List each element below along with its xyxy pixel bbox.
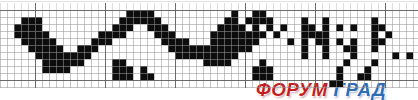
stitch-cell — [168, 31, 175, 38]
stitch-cell — [77, 52, 84, 59]
stitch-cell — [308, 31, 315, 38]
stitch-cell — [385, 31, 392, 38]
stitch-cell — [245, 17, 252, 24]
stitch-cell — [77, 45, 84, 52]
stitch-cell — [259, 31, 266, 38]
stitch-cell — [35, 31, 42, 38]
stitch-cell — [245, 38, 252, 45]
stitch-cell — [350, 24, 357, 31]
stitch-cell — [252, 66, 259, 73]
stitch-cell — [42, 66, 49, 73]
stitch-cell — [259, 59, 266, 66]
stitch-cell — [161, 38, 168, 45]
stitch-cell — [210, 38, 217, 45]
stitch-cell — [126, 10, 133, 17]
stitch-cell — [42, 59, 49, 66]
stitch-cell — [224, 38, 231, 45]
stitch-cell — [63, 66, 70, 73]
stitch-cell — [49, 45, 56, 52]
stitch-cell — [371, 59, 378, 66]
stitch-cell — [14, 31, 21, 38]
stitch-cell — [112, 24, 119, 31]
stitch-cell — [343, 45, 350, 52]
stitch-cell — [112, 73, 119, 80]
stitch-cell — [371, 38, 378, 45]
stitch-cell — [84, 52, 91, 59]
stitch-cell — [322, 45, 329, 52]
stitch-cell — [238, 31, 245, 38]
stitch-cell — [147, 73, 154, 80]
stitch-cell — [301, 31, 308, 38]
stitch-cell — [28, 31, 35, 38]
stitch-cell — [343, 59, 350, 66]
stitch-cell — [154, 17, 161, 24]
stitch-cell — [35, 38, 42, 45]
stitch-cell — [350, 52, 357, 59]
stitch-cell — [196, 52, 203, 59]
stitch-cell — [378, 38, 385, 45]
stitch-cell — [301, 38, 308, 45]
watermark-word-red: ФОРУМ — [256, 80, 328, 100]
stitch-cell — [56, 59, 63, 66]
stitch-cell — [301, 24, 308, 31]
stitch-cell — [35, 17, 42, 24]
stitch-cell — [252, 73, 259, 80]
stitch-cell — [63, 59, 70, 66]
stitch-cell — [42, 45, 49, 52]
stitch-cell — [28, 24, 35, 31]
stitch-cell — [35, 45, 42, 52]
stitch-cell — [126, 66, 133, 73]
stitch-cell — [224, 24, 231, 31]
stitch-cell — [210, 52, 217, 59]
stitch-cell — [56, 66, 63, 73]
stitch-cell — [49, 59, 56, 66]
stitch-cell — [168, 45, 175, 52]
stitch-cell — [273, 31, 280, 38]
stitch-cell — [315, 31, 322, 38]
stitch-cell — [105, 31, 112, 38]
stitch-cell — [231, 24, 238, 31]
stitch-cell — [21, 38, 28, 45]
stitch-cell — [203, 45, 210, 52]
stitch-cell — [252, 17, 259, 24]
stitch-cell — [336, 38, 343, 45]
stitch-cell — [238, 24, 245, 31]
stitch-cell — [217, 59, 224, 66]
stitch-cell — [119, 66, 126, 73]
stitch-cell — [371, 24, 378, 31]
stitch-cell — [91, 38, 98, 45]
stitch-cell — [133, 17, 140, 24]
stitch-cell — [224, 17, 231, 24]
stitch-cell — [364, 66, 371, 73]
stitch-cell — [266, 73, 273, 80]
stitch-cell — [182, 38, 189, 45]
stitch-cell — [42, 52, 49, 59]
stitch-cell — [224, 52, 231, 59]
stitch-cell — [266, 17, 273, 24]
stitch-cell — [119, 31, 126, 38]
stitch-cell — [182, 52, 189, 59]
stitch-cell — [14, 24, 21, 31]
stitch-cell — [371, 17, 378, 24]
stitch-cell — [126, 17, 133, 24]
stitch-cell — [210, 31, 217, 38]
stitch-cell — [252, 38, 259, 45]
stitch-cell — [98, 38, 105, 45]
stitch-cell — [35, 24, 42, 31]
stitch-cell — [245, 45, 252, 52]
stitch-cell — [231, 38, 238, 45]
stitch-cell — [329, 80, 336, 87]
stitch-cell — [140, 17, 147, 24]
stitch-cell — [21, 24, 28, 31]
stitch-cell — [231, 52, 238, 59]
stitch-cell — [175, 45, 182, 52]
stitch-cell — [28, 17, 35, 24]
stitch-cell — [56, 45, 63, 52]
stitch-cell — [378, 24, 385, 31]
stitch-cell — [217, 52, 224, 59]
stitch-cell — [189, 45, 196, 52]
stitch-cell — [98, 31, 105, 38]
stitch-cell — [217, 31, 224, 38]
stitch-cell — [322, 17, 329, 24]
stitch-cell — [161, 31, 168, 38]
stitch-cell — [42, 38, 49, 45]
stitch-cell — [112, 31, 119, 38]
stitch-cell — [252, 24, 259, 31]
stitch-cell — [252, 31, 259, 38]
stitch-cell — [168, 38, 175, 45]
stitch-cell — [56, 52, 63, 59]
stitch-cell — [42, 31, 49, 38]
stitch-cell — [336, 73, 343, 80]
stitch-cell — [322, 52, 329, 59]
stitch-cell — [350, 38, 357, 45]
stitch-cell — [259, 10, 266, 17]
stitch-cell — [203, 59, 210, 66]
stitch-cell — [119, 73, 126, 80]
stitch-cell — [336, 24, 343, 31]
stitch-cell — [301, 17, 308, 24]
stitch-cell — [259, 66, 266, 73]
stitch-cell — [119, 17, 126, 24]
stitch-cell — [35, 52, 42, 59]
watermark: ФОРУМ ГРАД — [256, 81, 386, 99]
stitch-cell — [224, 45, 231, 52]
stitch-cell — [238, 38, 245, 45]
stitch-cell — [28, 45, 35, 52]
stitch-cell — [112, 59, 119, 66]
stitch-cell — [336, 66, 343, 73]
stitch-cell — [322, 24, 329, 31]
stitch-cell — [238, 45, 245, 52]
stitch-cell — [140, 66, 147, 73]
stitch-cell — [175, 38, 182, 45]
stitch-cell — [182, 45, 189, 52]
stitch-cell — [224, 31, 231, 38]
stitch-cell — [357, 73, 364, 80]
cross-stitch-pattern-page: ФОРУМ ГРАД — [0, 0, 418, 100]
stitch-cell — [154, 31, 161, 38]
stitch-cell — [133, 10, 140, 17]
stitch-cell — [49, 52, 56, 59]
stitch-cell — [231, 10, 238, 17]
stitch-cell — [315, 38, 322, 45]
stitch-cell — [21, 17, 28, 24]
stitch-cell — [350, 45, 357, 52]
stitch-cell — [217, 24, 224, 31]
stitch-cell — [147, 10, 154, 17]
stitch-cell — [63, 52, 70, 59]
stitch-cell — [371, 45, 378, 52]
stitch-cell — [49, 66, 56, 73]
stitch-cell — [84, 45, 91, 52]
stitch-cell — [189, 52, 196, 59]
stitch-cell — [252, 10, 259, 17]
stitch-cell — [301, 52, 308, 59]
stitch-cell — [126, 73, 133, 80]
stitch-cell — [105, 38, 112, 45]
stitch-cell — [28, 38, 35, 45]
stitch-cell — [196, 45, 203, 52]
stitch-cell — [231, 45, 238, 52]
stitch-cell — [322, 31, 329, 38]
stitch-cell — [224, 59, 231, 66]
stitch-cell — [336, 80, 343, 87]
stitch-cell — [21, 31, 28, 38]
stitch-cell — [322, 38, 329, 45]
stitch-cell — [112, 66, 119, 73]
stitch-cell — [231, 17, 238, 24]
stitch-cell — [280, 24, 287, 31]
stitch-cell — [266, 24, 273, 31]
stitch-cell — [406, 52, 413, 59]
stitch-cell — [210, 59, 217, 66]
stitch-cell — [217, 38, 224, 45]
stitch-cell — [259, 73, 266, 80]
stitch-cell — [147, 17, 154, 24]
stitch-cell — [301, 45, 308, 52]
stitch-cell — [287, 38, 294, 45]
stitch-cell — [308, 24, 315, 31]
stitch-cell — [140, 73, 147, 80]
stitch-cell — [210, 45, 217, 52]
stitch-cell — [217, 45, 224, 52]
stitch-cell — [245, 31, 252, 38]
stitch-cell — [392, 52, 399, 59]
stitch-cell — [119, 59, 126, 66]
stitch-cell — [140, 10, 147, 17]
stitch-cell — [266, 66, 273, 73]
stitch-cell — [91, 45, 98, 52]
stitch-cell — [371, 31, 378, 38]
stitch-cell — [161, 24, 168, 31]
stitch-cell — [259, 17, 266, 24]
stitch-cell — [70, 59, 77, 66]
stitch-cell — [231, 31, 238, 38]
stitch-cell — [70, 52, 77, 59]
stitch-cell — [77, 59, 84, 66]
stitch-cell — [175, 52, 182, 59]
stitch-cell — [147, 24, 154, 31]
stitch-cell — [119, 24, 126, 31]
stitch-cell — [364, 73, 371, 80]
stitch-cell — [49, 38, 56, 45]
stitch-cell — [126, 24, 133, 31]
stitch-cell — [154, 24, 161, 31]
stitch-cell — [203, 52, 210, 59]
